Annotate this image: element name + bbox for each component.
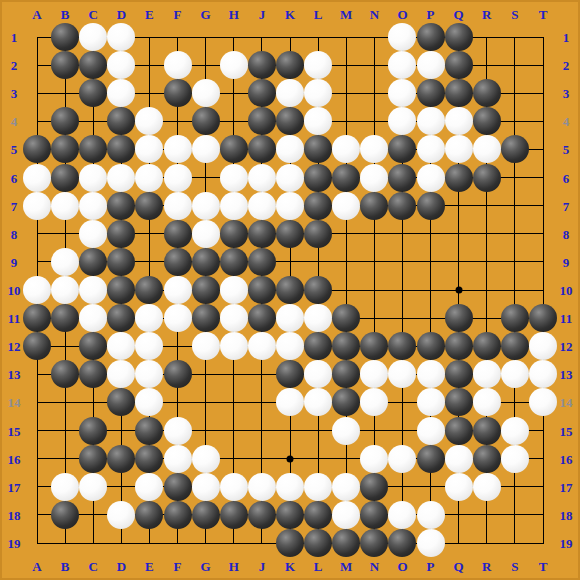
intersection-O8[interactable] (388, 220, 416, 248)
black-stone-D8[interactable] (107, 220, 135, 248)
black-stone-N17[interactable] (360, 473, 388, 501)
intersection-S2[interactable] (501, 51, 529, 79)
black-stone-S11[interactable] (501, 304, 529, 332)
white-stone-P18[interactable] (417, 501, 445, 529)
intersection-E9[interactable] (135, 248, 163, 276)
intersection-M16[interactable] (332, 445, 360, 473)
intersection-A18[interactable] (23, 501, 51, 529)
white-stone-H6[interactable] (220, 164, 248, 192)
white-stone-G5[interactable] (192, 135, 220, 163)
white-stone-F15[interactable] (164, 417, 192, 445)
white-stone-A10[interactable] (23, 276, 51, 304)
intersection-A8[interactable] (23, 220, 51, 248)
black-stone-J10[interactable] (248, 276, 276, 304)
black-stone-D7[interactable] (107, 192, 135, 220)
intersection-S7[interactable] (501, 192, 529, 220)
intersection-T5[interactable] (529, 135, 557, 163)
black-stone-B11[interactable] (51, 304, 79, 332)
black-stone-F8[interactable] (164, 220, 192, 248)
white-stone-D1[interactable] (107, 23, 135, 51)
white-stone-O3[interactable] (388, 79, 416, 107)
black-stone-K18[interactable] (276, 501, 304, 529)
white-stone-N13[interactable] (360, 360, 388, 388)
intersection-N10[interactable] (360, 276, 388, 304)
intersection-D19[interactable] (107, 529, 135, 557)
intersection-L16[interactable] (304, 445, 332, 473)
white-stone-P2[interactable] (417, 51, 445, 79)
intersection-D15[interactable] (107, 417, 135, 445)
intersection-F4[interactable] (164, 107, 192, 135)
black-stone-M19[interactable] (332, 529, 360, 557)
intersection-Q18[interactable] (445, 501, 473, 529)
black-stone-H8[interactable] (220, 220, 248, 248)
black-stone-J9[interactable] (248, 248, 276, 276)
white-stone-N5[interactable] (360, 135, 388, 163)
black-stone-G11[interactable] (192, 304, 220, 332)
black-stone-F9[interactable] (164, 248, 192, 276)
black-stone-A11[interactable] (23, 304, 51, 332)
black-stone-C9[interactable] (79, 248, 107, 276)
intersection-S4[interactable] (501, 107, 529, 135)
intersection-Q10[interactable] (445, 276, 473, 304)
intersection-F19[interactable] (164, 529, 192, 557)
intersection-N1[interactable] (360, 23, 388, 51)
intersection-T3[interactable] (529, 79, 557, 107)
black-stone-L19[interactable] (304, 529, 332, 557)
black-stone-J11[interactable] (248, 304, 276, 332)
intersection-T19[interactable] (529, 529, 557, 557)
white-stone-D18[interactable] (107, 501, 135, 529)
black-stone-B13[interactable] (51, 360, 79, 388)
intersection-Q8[interactable] (445, 220, 473, 248)
black-stone-C12[interactable] (79, 332, 107, 360)
black-stone-D9[interactable] (107, 248, 135, 276)
intersection-K15[interactable] (276, 417, 304, 445)
intersection-T1[interactable] (529, 23, 557, 51)
black-stone-E16[interactable] (135, 445, 163, 473)
black-stone-M14[interactable] (332, 388, 360, 416)
black-stone-O12[interactable] (388, 332, 416, 360)
black-stone-J8[interactable] (248, 220, 276, 248)
white-stone-O1[interactable] (388, 23, 416, 51)
white-stone-K12[interactable] (276, 332, 304, 360)
white-stone-S15[interactable] (501, 417, 529, 445)
black-stone-S12[interactable] (501, 332, 529, 360)
intersection-E3[interactable] (135, 79, 163, 107)
intersection-K16[interactable] (276, 445, 304, 473)
black-stone-Q14[interactable] (445, 388, 473, 416)
intersection-P11[interactable] (417, 304, 445, 332)
white-stone-D2[interactable] (107, 51, 135, 79)
intersection-A16[interactable] (23, 445, 51, 473)
white-stone-H2[interactable] (220, 51, 248, 79)
white-stone-O2[interactable] (388, 51, 416, 79)
black-stone-F13[interactable] (164, 360, 192, 388)
intersection-O15[interactable] (388, 417, 416, 445)
black-stone-F18[interactable] (164, 501, 192, 529)
white-stone-F7[interactable] (164, 192, 192, 220)
intersection-O10[interactable] (388, 276, 416, 304)
intersection-F1[interactable] (164, 23, 192, 51)
black-stone-P3[interactable] (417, 79, 445, 107)
black-stone-J4[interactable] (248, 107, 276, 135)
intersection-J15[interactable] (248, 417, 276, 445)
black-stone-P7[interactable] (417, 192, 445, 220)
white-stone-H10[interactable] (220, 276, 248, 304)
black-stone-K13[interactable] (276, 360, 304, 388)
intersection-S3[interactable] (501, 79, 529, 107)
white-stone-G7[interactable] (192, 192, 220, 220)
white-stone-N16[interactable] (360, 445, 388, 473)
white-stone-R5[interactable] (473, 135, 501, 163)
intersection-R1[interactable] (473, 23, 501, 51)
white-stone-C6[interactable] (79, 164, 107, 192)
black-stone-A5[interactable] (23, 135, 51, 163)
intersection-N11[interactable] (360, 304, 388, 332)
black-stone-H18[interactable] (220, 501, 248, 529)
intersection-S14[interactable] (501, 388, 529, 416)
black-stone-Q2[interactable] (445, 51, 473, 79)
black-stone-B2[interactable] (51, 51, 79, 79)
intersection-S18[interactable] (501, 501, 529, 529)
black-stone-F17[interactable] (164, 473, 192, 501)
intersection-R2[interactable] (473, 51, 501, 79)
black-stone-L10[interactable] (304, 276, 332, 304)
black-stone-C16[interactable] (79, 445, 107, 473)
black-stone-C5[interactable] (79, 135, 107, 163)
white-stone-C1[interactable] (79, 23, 107, 51)
white-stone-O4[interactable] (388, 107, 416, 135)
intersection-H1[interactable] (220, 23, 248, 51)
intersection-C19[interactable] (79, 529, 107, 557)
black-stone-Q3[interactable] (445, 79, 473, 107)
white-stone-J6[interactable] (248, 164, 276, 192)
white-stone-G17[interactable] (192, 473, 220, 501)
black-stone-N7[interactable] (360, 192, 388, 220)
black-stone-R6[interactable] (473, 164, 501, 192)
white-stone-O18[interactable] (388, 501, 416, 529)
black-stone-L18[interactable] (304, 501, 332, 529)
intersection-R10[interactable] (473, 276, 501, 304)
white-stone-E11[interactable] (135, 304, 163, 332)
white-stone-K14[interactable] (276, 388, 304, 416)
white-stone-G16[interactable] (192, 445, 220, 473)
intersection-M1[interactable] (332, 23, 360, 51)
black-stone-E18[interactable] (135, 501, 163, 529)
intersection-S17[interactable] (501, 473, 529, 501)
intersection-L9[interactable] (304, 248, 332, 276)
white-stone-E17[interactable] (135, 473, 163, 501)
intersection-L15[interactable] (304, 417, 332, 445)
black-stone-C15[interactable] (79, 417, 107, 445)
intersection-R19[interactable] (473, 529, 501, 557)
white-stone-B9[interactable] (51, 248, 79, 276)
white-stone-S13[interactable] (501, 360, 529, 388)
black-stone-O19[interactable] (388, 529, 416, 557)
intersection-C4[interactable] (79, 107, 107, 135)
black-stone-M13[interactable] (332, 360, 360, 388)
white-stone-C11[interactable] (79, 304, 107, 332)
white-stone-L11[interactable] (304, 304, 332, 332)
black-stone-B18[interactable] (51, 501, 79, 529)
white-stone-L14[interactable] (304, 388, 332, 416)
intersection-S9[interactable] (501, 248, 529, 276)
black-stone-D11[interactable] (107, 304, 135, 332)
white-stone-K11[interactable] (276, 304, 304, 332)
intersection-M2[interactable] (332, 51, 360, 79)
black-stone-O7[interactable] (388, 192, 416, 220)
white-stone-C8[interactable] (79, 220, 107, 248)
white-stone-N14[interactable] (360, 388, 388, 416)
black-stone-J18[interactable] (248, 501, 276, 529)
black-stone-Q6[interactable] (445, 164, 473, 192)
black-stone-J2[interactable] (248, 51, 276, 79)
black-stone-R12[interactable] (473, 332, 501, 360)
black-stone-P12[interactable] (417, 332, 445, 360)
intersection-D17[interactable] (107, 473, 135, 501)
intersection-P17[interactable] (417, 473, 445, 501)
intersection-P8[interactable] (417, 220, 445, 248)
black-stone-K10[interactable] (276, 276, 304, 304)
black-stone-O5[interactable] (388, 135, 416, 163)
intersection-B16[interactable] (51, 445, 79, 473)
black-stone-B5[interactable] (51, 135, 79, 163)
white-stone-S16[interactable] (501, 445, 529, 473)
intersection-O9[interactable] (388, 248, 416, 276)
intersection-G19[interactable] (192, 529, 220, 557)
white-stone-P15[interactable] (417, 417, 445, 445)
intersection-S10[interactable] (501, 276, 529, 304)
black-stone-B4[interactable] (51, 107, 79, 135)
white-stone-T13[interactable] (529, 360, 557, 388)
white-stone-P13[interactable] (417, 360, 445, 388)
intersection-T4[interactable] (529, 107, 557, 135)
intersection-T2[interactable] (529, 51, 557, 79)
black-stone-C2[interactable] (79, 51, 107, 79)
intersection-H4[interactable] (220, 107, 248, 135)
intersection-E1[interactable] (135, 23, 163, 51)
black-stone-Q11[interactable] (445, 304, 473, 332)
black-stone-F3[interactable] (164, 79, 192, 107)
intersection-P10[interactable] (417, 276, 445, 304)
intersection-T16[interactable] (529, 445, 557, 473)
white-stone-M15[interactable] (332, 417, 360, 445)
intersection-O11[interactable] (388, 304, 416, 332)
black-stone-G9[interactable] (192, 248, 220, 276)
intersection-G15[interactable] (192, 417, 220, 445)
black-stone-H5[interactable] (220, 135, 248, 163)
white-stone-P4[interactable] (417, 107, 445, 135)
white-stone-Q4[interactable] (445, 107, 473, 135)
intersection-T17[interactable] (529, 473, 557, 501)
intersection-R18[interactable] (473, 501, 501, 529)
intersection-G13[interactable] (192, 360, 220, 388)
intersection-L1[interactable] (304, 23, 332, 51)
white-stone-M17[interactable] (332, 473, 360, 501)
intersection-A19[interactable] (23, 529, 51, 557)
white-stone-E12[interactable] (135, 332, 163, 360)
white-stone-Q17[interactable] (445, 473, 473, 501)
white-stone-K6[interactable] (276, 164, 304, 192)
intersection-S19[interactable] (501, 529, 529, 557)
white-stone-M7[interactable] (332, 192, 360, 220)
black-stone-M12[interactable] (332, 332, 360, 360)
white-stone-C7[interactable] (79, 192, 107, 220)
black-stone-E10[interactable] (135, 276, 163, 304)
black-stone-B6[interactable] (51, 164, 79, 192)
white-stone-Q16[interactable] (445, 445, 473, 473)
black-stone-M11[interactable] (332, 304, 360, 332)
intersection-T6[interactable] (529, 164, 557, 192)
white-stone-H12[interactable] (220, 332, 248, 360)
white-stone-O13[interactable] (388, 360, 416, 388)
intersection-A1[interactable] (23, 23, 51, 51)
black-stone-Q15[interactable] (445, 417, 473, 445)
white-stone-R17[interactable] (473, 473, 501, 501)
white-stone-E4[interactable] (135, 107, 163, 135)
white-stone-F16[interactable] (164, 445, 192, 473)
black-stone-G4[interactable] (192, 107, 220, 135)
black-stone-R3[interactable] (473, 79, 501, 107)
intersection-S1[interactable] (501, 23, 529, 51)
white-stone-B17[interactable] (51, 473, 79, 501)
white-stone-D3[interactable] (107, 79, 135, 107)
intersection-G14[interactable] (192, 388, 220, 416)
intersection-S6[interactable] (501, 164, 529, 192)
intersection-J16[interactable] (248, 445, 276, 473)
intersection-G1[interactable] (192, 23, 220, 51)
white-stone-M5[interactable] (332, 135, 360, 163)
intersection-B12[interactable] (51, 332, 79, 360)
white-stone-K3[interactable] (276, 79, 304, 107)
intersection-K9[interactable] (276, 248, 304, 276)
intersection-H16[interactable] (220, 445, 248, 473)
white-stone-K5[interactable] (276, 135, 304, 163)
intersection-N3[interactable] (360, 79, 388, 107)
intersection-T8[interactable] (529, 220, 557, 248)
intersection-O17[interactable] (388, 473, 416, 501)
intersection-Q7[interactable] (445, 192, 473, 220)
white-stone-E5[interactable] (135, 135, 163, 163)
white-stone-H7[interactable] (220, 192, 248, 220)
intersection-H19[interactable] (220, 529, 248, 557)
intersection-N8[interactable] (360, 220, 388, 248)
black-stone-S5[interactable] (501, 135, 529, 163)
intersection-M8[interactable] (332, 220, 360, 248)
white-stone-L3[interactable] (304, 79, 332, 107)
intersection-J19[interactable] (248, 529, 276, 557)
white-stone-F5[interactable] (164, 135, 192, 163)
intersection-C18[interactable] (79, 501, 107, 529)
white-stone-D6[interactable] (107, 164, 135, 192)
black-stone-R4[interactable] (473, 107, 501, 135)
intersection-M3[interactable] (332, 79, 360, 107)
intersection-H13[interactable] (220, 360, 248, 388)
black-stone-L5[interactable] (304, 135, 332, 163)
white-stone-D13[interactable] (107, 360, 135, 388)
intersection-H15[interactable] (220, 417, 248, 445)
white-stone-T14[interactable] (529, 388, 557, 416)
white-stone-C10[interactable] (79, 276, 107, 304)
intersection-B8[interactable] (51, 220, 79, 248)
white-stone-K7[interactable] (276, 192, 304, 220)
white-stone-P5[interactable] (417, 135, 445, 163)
white-stone-Q5[interactable] (445, 135, 473, 163)
black-stone-K8[interactable] (276, 220, 304, 248)
intersection-R9[interactable] (473, 248, 501, 276)
white-stone-E13[interactable] (135, 360, 163, 388)
intersection-N2[interactable] (360, 51, 388, 79)
intersection-E8[interactable] (135, 220, 163, 248)
intersection-B15[interactable] (51, 417, 79, 445)
intersection-T15[interactable] (529, 417, 557, 445)
white-stone-O16[interactable] (388, 445, 416, 473)
black-stone-R16[interactable] (473, 445, 501, 473)
intersection-T10[interactable] (529, 276, 557, 304)
black-stone-J5[interactable] (248, 135, 276, 163)
black-stone-K19[interactable] (276, 529, 304, 557)
white-stone-B10[interactable] (51, 276, 79, 304)
intersection-M9[interactable] (332, 248, 360, 276)
intersection-M4[interactable] (332, 107, 360, 135)
black-stone-D16[interactable] (107, 445, 135, 473)
black-stone-K2[interactable] (276, 51, 304, 79)
intersection-C14[interactable] (79, 388, 107, 416)
white-stone-A7[interactable] (23, 192, 51, 220)
black-stone-N18[interactable] (360, 501, 388, 529)
intersection-H3[interactable] (220, 79, 248, 107)
white-stone-F10[interactable] (164, 276, 192, 304)
intersection-M10[interactable] (332, 276, 360, 304)
white-stone-C17[interactable] (79, 473, 107, 501)
white-stone-B7[interactable] (51, 192, 79, 220)
intersection-A2[interactable] (23, 51, 51, 79)
white-stone-L2[interactable] (304, 51, 332, 79)
white-stone-J12[interactable] (248, 332, 276, 360)
black-stone-D10[interactable] (107, 276, 135, 304)
white-stone-E6[interactable] (135, 164, 163, 192)
black-stone-J3[interactable] (248, 79, 276, 107)
black-stone-O6[interactable] (388, 164, 416, 192)
intersection-T18[interactable] (529, 501, 557, 529)
intersection-Q19[interactable] (445, 529, 473, 557)
black-stone-Q13[interactable] (445, 360, 473, 388)
black-stone-P1[interactable] (417, 23, 445, 51)
black-stone-D5[interactable] (107, 135, 135, 163)
intersection-H14[interactable] (220, 388, 248, 416)
intersection-A4[interactable] (23, 107, 51, 135)
white-stone-R14[interactable] (473, 388, 501, 416)
intersection-N4[interactable] (360, 107, 388, 135)
white-stone-D12[interactable] (107, 332, 135, 360)
black-stone-Q1[interactable] (445, 23, 473, 51)
white-stone-R13[interactable] (473, 360, 501, 388)
white-stone-H11[interactable] (220, 304, 248, 332)
intersection-P9[interactable] (417, 248, 445, 276)
white-stone-N6[interactable] (360, 164, 388, 192)
black-stone-E15[interactable] (135, 417, 163, 445)
intersection-J13[interactable] (248, 360, 276, 388)
intersection-A9[interactable] (23, 248, 51, 276)
black-stone-E7[interactable] (135, 192, 163, 220)
black-stone-Q12[interactable] (445, 332, 473, 360)
intersection-B3[interactable] (51, 79, 79, 107)
white-stone-F11[interactable] (164, 304, 192, 332)
black-stone-L8[interactable] (304, 220, 332, 248)
intersection-F14[interactable] (164, 388, 192, 416)
white-stone-J17[interactable] (248, 473, 276, 501)
intersection-B14[interactable] (51, 388, 79, 416)
